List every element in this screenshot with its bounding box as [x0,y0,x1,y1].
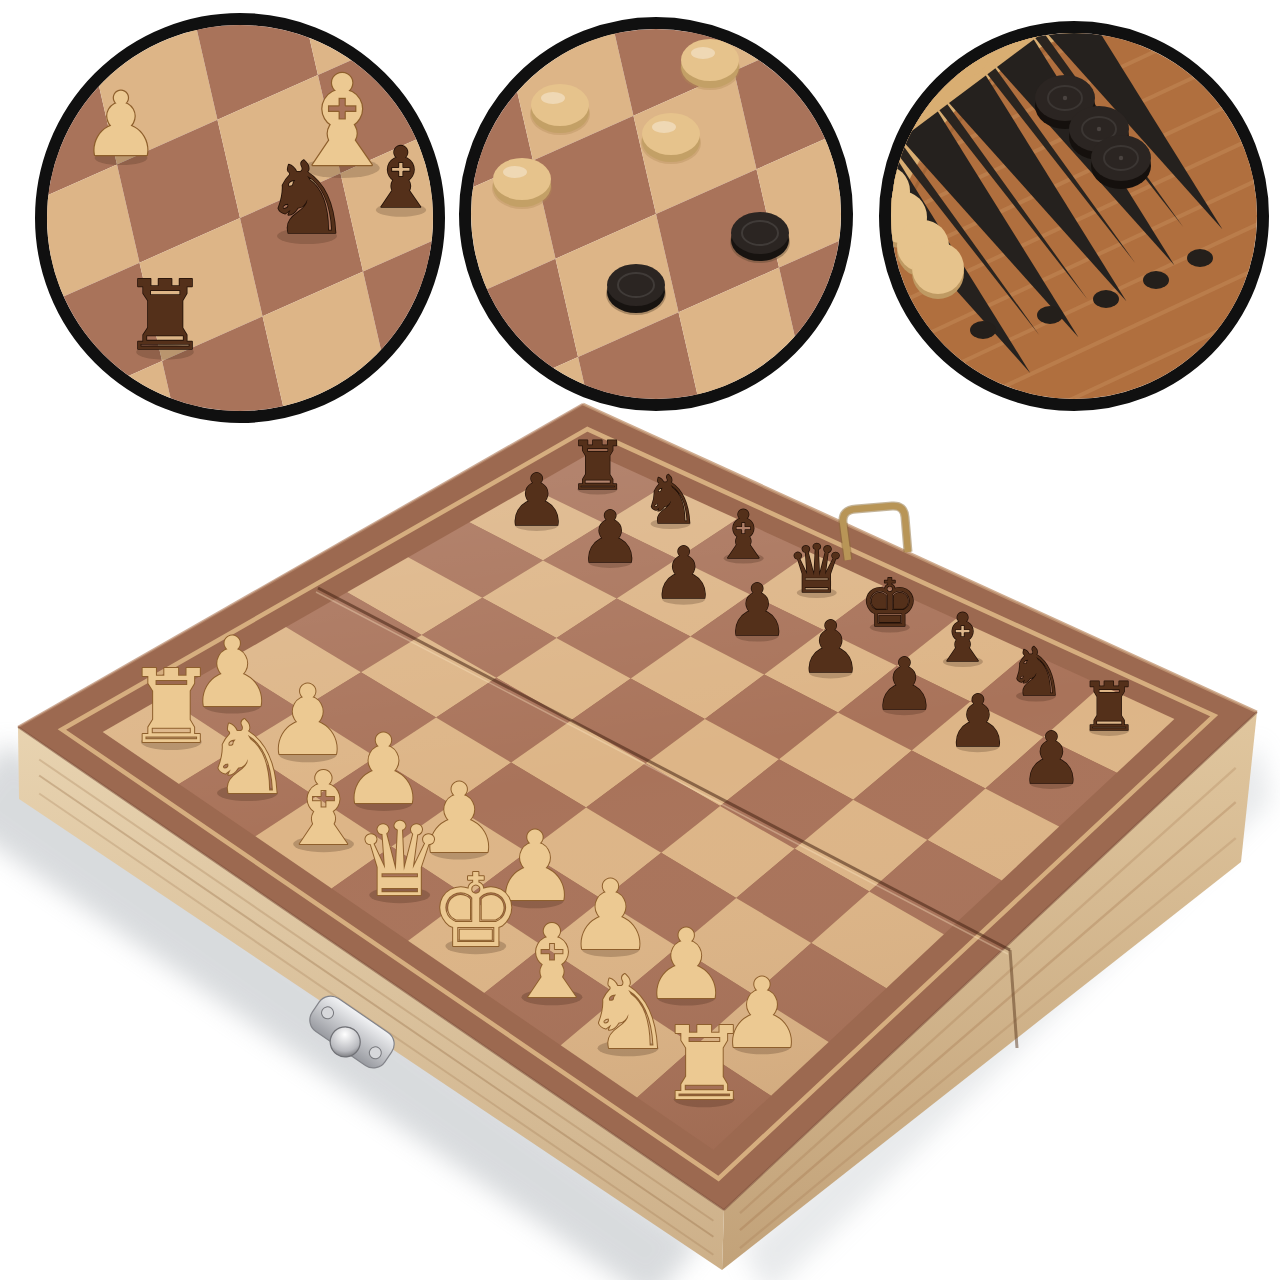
disc-center-dot [1119,156,1123,160]
piece-glyph: ♟ [505,459,569,542]
piece-black-pawn-c7: ♟ [652,532,716,615]
backgammon-dot [970,321,996,339]
piece-black-pawn-h7: ♟ [1019,717,1083,800]
piece-black-bishop-c8: ♝ [714,496,774,574]
piece-glyph: ♜ [122,260,208,372]
checkers-closeup-circle [441,0,871,429]
closeup-square [25,307,62,433]
backgammon-dot [1037,306,1063,324]
piece-black-pawn-e7: ♟ [799,606,863,689]
piece-glyph: ♞ [641,461,701,539]
disc-highlight [503,166,527,178]
piece-white-rook-h1: ♜ [659,1005,750,1123]
disc-highlight [652,121,676,133]
piece-glyph: ♚ [860,564,920,642]
piece-black-rook-h8: ♜ [1079,668,1139,746]
piece-glyph: ♟ [872,643,936,726]
checker-light [641,113,701,164]
piece-black-bishop-f8: ♝ [933,599,993,677]
piece-black-knight-g8: ♞ [1006,633,1066,711]
circle-content [441,0,871,429]
checker-light [680,39,740,90]
piece-glyph: ♞ [262,140,352,257]
rim-scallop [859,105,895,153]
backgammon-checker-light [912,242,964,299]
piece-black-knight-b8: ♞ [641,461,701,539]
closeup-square [441,402,500,429]
piece-glyph: ♜ [659,1005,750,1123]
disc-top [642,113,700,155]
rim-scallop [859,157,863,205]
closeup-square [601,411,724,429]
piece-glyph: ♝ [933,599,993,677]
disc-top [731,212,789,254]
backgammon-dot [1093,290,1119,308]
backgammon-dot [1187,249,1213,267]
piece-glyph: ♛ [787,530,847,608]
disc-highlight [541,92,565,104]
piece-glyph: ♜ [1079,668,1139,746]
backgammon-checker-dark [1091,135,1151,189]
checker-light [492,158,552,209]
disc-center-dot [1063,96,1067,100]
piece-glyph: ♟ [652,532,716,615]
disc-top [912,242,964,294]
piece-glyph: ♟ [799,606,863,689]
product-photo: Chess — 3-in-1 folding wooden game set (… [0,0,1280,1280]
closeup-square [25,406,84,433]
checker-light [530,84,590,135]
inset-checkers-closeup [441,0,871,429]
closeup-square [588,0,711,17]
piece-black-pawn-f7: ♟ [872,643,936,726]
checker-dark [606,264,666,315]
piece-glyph: ♞ [1006,633,1066,711]
piece-black-pawn-g7: ♟ [946,680,1010,763]
checker-dark [730,212,790,263]
piece-black-queen-d8: ♛ [787,530,847,608]
disc-top [681,39,739,81]
disc-center-dot [1097,127,1101,131]
circle-content [859,1,1280,431]
closeup-square [441,0,510,107]
piece-glyph: ♟ [1019,717,1083,800]
backgammon-closeup-circle [859,1,1280,431]
closeup-piece-dark-r: ♜ [122,260,208,372]
piece-glyph: ♝ [714,496,774,574]
piece-glyph: ♟ [946,680,1010,763]
piece-glyph: ♟ [578,496,642,579]
inset-backgammon-closeup [859,1,1280,431]
closeup-square [441,303,478,429]
piece-black-rook-a8: ♜ [568,427,628,505]
piece-glyph: ♜ [568,427,628,505]
closeup-piece-dark-n: ♞ [262,140,352,257]
chess-closeup-circle: ♟♝♞♜♝ [25,3,455,433]
piece-black-pawn-d7: ♟ [725,569,789,652]
circle-content: ♟♝♞♜♝ [25,3,455,433]
piece-black-king-e8: ♚ [860,564,920,642]
inset-chess-closeup: ♟♝♞♜♝ [25,3,455,433]
closeup-square [441,205,455,348]
backgammon-dot [1143,271,1169,289]
disc-top [607,264,665,306]
closeup-board-pattern [441,0,871,429]
disc-highlight [691,47,715,59]
piece-glyph: ♟ [725,569,789,652]
disc-top [493,158,551,200]
disc-top [531,84,589,126]
piece-black-pawn-a7: ♟ [505,459,569,542]
piece-black-pawn-b7: ♟ [578,496,642,579]
